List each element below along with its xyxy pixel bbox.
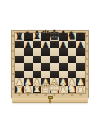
square-h5: [76, 56, 85, 64]
square-a2: [15, 78, 24, 86]
rank-label: 4: [11, 63, 15, 71]
square-f3: [59, 71, 68, 79]
file-label: G: [68, 94, 77, 98]
square-f1: [59, 86, 68, 94]
square-d4: [41, 63, 50, 71]
square-c4: [33, 63, 42, 71]
rank-label: 4: [85, 63, 89, 71]
square-a3: [15, 71, 24, 79]
rank-label: 3: [85, 71, 89, 79]
square-d7: [41, 41, 50, 49]
product-photo-stage: 87654321 87654321 ABCDEFGH ♜♞♝♛♚♝♞♜♟♟♟♟♟…: [0, 0, 100, 133]
rank-label: 6: [85, 48, 89, 56]
rank-label: 2: [11, 78, 15, 86]
square-e6: [50, 48, 59, 56]
square-b1: [24, 86, 33, 94]
rank-label: 5: [11, 56, 15, 64]
square-e4: [50, 63, 59, 71]
square-c3: [33, 71, 42, 79]
square-f7: [59, 41, 68, 49]
square-f2: [59, 78, 68, 86]
square-h3: [76, 71, 85, 79]
square-c5: [33, 56, 42, 64]
rank-label: 1: [85, 86, 89, 94]
square-b5: [24, 56, 33, 64]
rank-label: 3: [11, 71, 15, 79]
square-a7: [15, 41, 24, 49]
square-g6: [68, 48, 77, 56]
square-b7: [24, 41, 33, 49]
square-e3: [50, 71, 59, 79]
square-b3: [24, 71, 33, 79]
file-label: B: [24, 94, 33, 98]
rank-label: 7: [11, 41, 15, 49]
file-label: F: [59, 94, 68, 98]
square-h4: [76, 63, 85, 71]
square-d3: [41, 71, 50, 79]
square-g3: [68, 71, 77, 79]
square-h1: [76, 86, 85, 94]
square-e2: [50, 78, 59, 86]
rank-label: 1: [11, 86, 15, 94]
square-c1: [33, 86, 42, 94]
square-d6: [41, 48, 50, 56]
square-e5: [50, 56, 59, 64]
square-a8: [15, 33, 24, 41]
square-a1: [15, 86, 24, 94]
rank-label: 7: [85, 41, 89, 49]
square-h2: [76, 78, 85, 86]
square-g7: [68, 41, 77, 49]
square-a5: [15, 56, 24, 64]
rank-label: 6: [11, 48, 15, 56]
square-g4: [68, 63, 77, 71]
square-f4: [59, 63, 68, 71]
rank-label: 2: [85, 78, 89, 86]
square-d1: [41, 86, 50, 94]
square-e8: [50, 33, 59, 41]
square-c7: [33, 41, 42, 49]
square-g5: [68, 56, 77, 64]
square-g2: [68, 78, 77, 86]
rank-labels-right: 87654321: [85, 33, 89, 93]
square-b4: [24, 63, 33, 71]
square-b2: [24, 78, 33, 86]
rank-labels-left: 87654321: [11, 33, 15, 93]
square-b6: [24, 48, 33, 56]
square-b8: [24, 33, 33, 41]
rank-label: 5: [85, 56, 89, 64]
square-f6: [59, 48, 68, 56]
square-h7: [76, 41, 85, 49]
square-d2: [41, 78, 50, 86]
square-g1: [68, 86, 77, 94]
square-e1: [50, 86, 59, 94]
square-h6: [76, 48, 85, 56]
square-a6: [15, 48, 24, 56]
file-label: A: [15, 94, 24, 98]
square-h8: [76, 33, 85, 41]
square-c8: [33, 33, 42, 41]
file-label: H: [76, 94, 85, 98]
square-d8: [41, 33, 50, 41]
square-f5: [59, 56, 68, 64]
square-d5: [41, 56, 50, 64]
square-a4: [15, 63, 24, 71]
square-c6: [33, 48, 42, 56]
file-label: C: [33, 94, 42, 98]
square-f8: [59, 33, 68, 41]
square-e7: [50, 41, 59, 49]
square-c2: [33, 78, 42, 86]
rank-label: 8: [85, 33, 89, 41]
chess-board: [15, 33, 85, 93]
square-g8: [68, 33, 77, 41]
rank-label: 8: [11, 33, 15, 41]
